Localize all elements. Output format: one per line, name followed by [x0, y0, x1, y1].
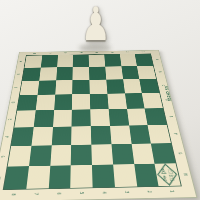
board-square	[106, 79, 125, 93]
board-square	[90, 94, 109, 110]
file-label-left: B	[17, 73, 21, 75]
board-square	[148, 125, 171, 144]
board-square	[41, 55, 58, 67]
file-label-left: A	[19, 60, 22, 62]
rank-label-bottom: 2	[147, 190, 152, 194]
rank-label-top: 8	[32, 52, 35, 54]
rank-label-top: 2	[126, 51, 129, 53]
rank-label-top: 3	[110, 51, 113, 53]
file-label-left: E	[8, 118, 12, 120]
board-square: ♙♘♗♖	[155, 163, 181, 186]
board-square	[51, 127, 71, 146]
board-square	[113, 164, 137, 187]
file-label-left: D	[11, 102, 15, 104]
board-square	[142, 93, 163, 109]
board-square	[71, 145, 92, 166]
file-label-left: C	[14, 87, 18, 89]
board-square	[56, 67, 73, 80]
board-square	[105, 66, 123, 79]
chess-board-mat: ♙♘♗♖ US CHESS 88AA77BB66CC55DD44EE33FF22…	[0, 50, 197, 200]
board-square	[71, 126, 91, 145]
file-label-right: D	[165, 99, 169, 101]
rank-label-bottom: 4	[102, 191, 107, 195]
board-square	[39, 67, 57, 80]
board-square	[53, 110, 72, 127]
logo-piece-glyphs: ♙♘♗♖	[159, 168, 175, 181]
rank-label-bottom: 1	[169, 189, 174, 193]
board-square	[139, 79, 159, 93]
board-square	[135, 54, 153, 66]
file-label-right: E	[169, 115, 173, 117]
rank-label-top: 1	[141, 51, 144, 53]
board-square	[151, 143, 175, 164]
board-square	[37, 80, 56, 94]
rank-label-top: 7	[48, 52, 51, 54]
board-square	[89, 67, 106, 80]
board-square	[33, 110, 53, 127]
us-chess-diamond-logo-icon: ♙♘♗♖	[155, 163, 181, 186]
rank-label-bottom: 3	[124, 190, 129, 194]
rank-label-top: 6	[64, 52, 67, 54]
board-square	[137, 66, 156, 79]
board-square	[4, 166, 29, 189]
board-square	[91, 126, 112, 145]
board-square	[89, 55, 105, 67]
file-label-right: H	[183, 173, 188, 176]
board-square	[11, 127, 33, 146]
board-square	[92, 165, 115, 188]
board-square	[22, 68, 40, 81]
board-square	[107, 93, 126, 109]
board-square	[57, 55, 73, 67]
board-square	[73, 55, 89, 67]
board-square	[8, 146, 32, 167]
board-square	[31, 127, 52, 146]
rank-label-bottom: 6	[57, 192, 62, 196]
file-label-left: H	[0, 177, 1, 180]
file-label-left: F	[5, 136, 9, 139]
file-label-right: G	[178, 152, 183, 155]
board-square	[55, 80, 73, 94]
board-square	[36, 95, 55, 111]
board-square	[111, 144, 134, 165]
rank-label-bottom: 8	[11, 193, 16, 197]
board-square	[72, 109, 91, 126]
board-square	[14, 110, 35, 127]
board-square	[24, 55, 42, 67]
chess-board-grid: ♙♘♗♖	[3, 54, 182, 191]
board-square	[17, 95, 37, 111]
board-square	[89, 80, 107, 94]
board-square	[72, 94, 90, 110]
board-square	[108, 109, 128, 126]
board-square	[50, 145, 71, 166]
board-square	[54, 94, 73, 110]
board-square	[145, 108, 167, 125]
board-square	[29, 145, 52, 166]
board-square	[48, 165, 71, 188]
board-square	[70, 165, 92, 188]
board-square	[91, 144, 113, 165]
file-label-right: A	[155, 58, 158, 60]
white-pawn: ♟	[81, 1, 111, 47]
board-square	[72, 80, 89, 94]
file-label-right: B	[158, 71, 162, 73]
file-label-right: F	[173, 133, 177, 136]
photo-backdrop: ♙♘♗♖ US CHESS 88AA77BB66CC55DD44EE33FF22…	[0, 0, 200, 200]
board-square	[73, 67, 90, 80]
board-square	[110, 126, 131, 145]
rank-label-bottom: 5	[79, 191, 83, 195]
file-label-right: C	[162, 84, 166, 86]
file-label-left: G	[1, 155, 6, 158]
rank-label-bottom: 7	[34, 192, 39, 196]
board-square	[90, 109, 110, 126]
board-square	[20, 81, 39, 95]
board-square	[104, 54, 121, 66]
board-square	[26, 166, 50, 189]
rank-label-top: 5	[79, 52, 82, 54]
